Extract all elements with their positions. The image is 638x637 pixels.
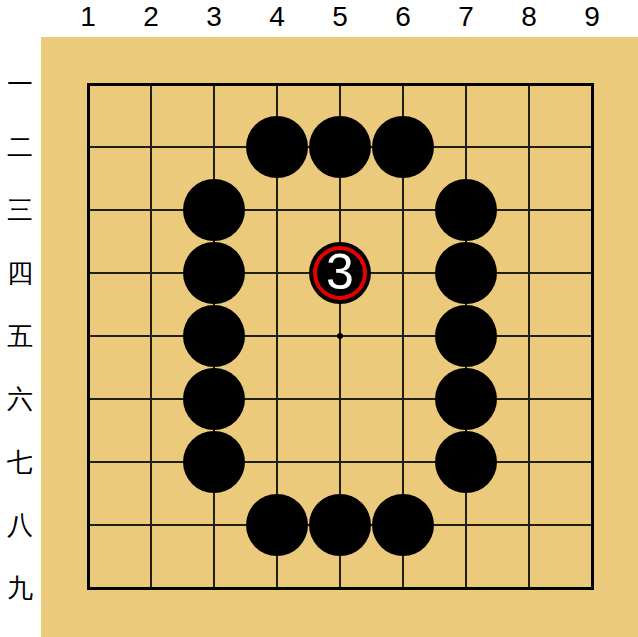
row-label-5: 五 bbox=[0, 318, 40, 354]
column-label-1: 1 bbox=[66, 0, 110, 34]
black-stone bbox=[246, 494, 308, 556]
black-stone bbox=[435, 431, 497, 493]
black-stone bbox=[183, 368, 245, 430]
black-stone bbox=[183, 179, 245, 241]
row-label-1: 一 bbox=[0, 66, 40, 102]
black-stone bbox=[309, 116, 371, 178]
black-stone bbox=[183, 242, 245, 304]
black-stone bbox=[372, 494, 434, 556]
column-label-5: 5 bbox=[318, 0, 362, 34]
black-stone bbox=[435, 179, 497, 241]
row-label-2: 二 bbox=[0, 129, 40, 165]
row-label-7: 七 bbox=[0, 444, 40, 480]
row-label-6: 六 bbox=[0, 381, 40, 417]
black-stone bbox=[183, 305, 245, 367]
column-label-2: 2 bbox=[129, 0, 173, 34]
row-label-4: 四 bbox=[0, 255, 40, 291]
black-stone bbox=[372, 116, 434, 178]
black-stone bbox=[435, 305, 497, 367]
black-stone bbox=[183, 431, 245, 493]
black-stone bbox=[246, 116, 308, 178]
column-label-9: 9 bbox=[570, 0, 614, 34]
go-diagram-page: 3123456789一二三四五六七八九 bbox=[0, 0, 638, 637]
marked-stone-move-3: 3 bbox=[309, 242, 371, 304]
row-label-9: 九 bbox=[0, 570, 40, 606]
row-label-3: 三 bbox=[0, 192, 40, 228]
move-number-label: 3 bbox=[309, 242, 371, 304]
column-label-3: 3 bbox=[192, 0, 236, 34]
column-label-7: 7 bbox=[444, 0, 488, 34]
column-label-4: 4 bbox=[255, 0, 299, 34]
black-stone bbox=[435, 242, 497, 304]
row-label-8: 八 bbox=[0, 507, 40, 543]
column-label-6: 6 bbox=[381, 0, 425, 34]
star-point bbox=[337, 333, 343, 339]
column-label-8: 8 bbox=[507, 0, 551, 34]
black-stone bbox=[309, 494, 371, 556]
black-stone bbox=[435, 368, 497, 430]
